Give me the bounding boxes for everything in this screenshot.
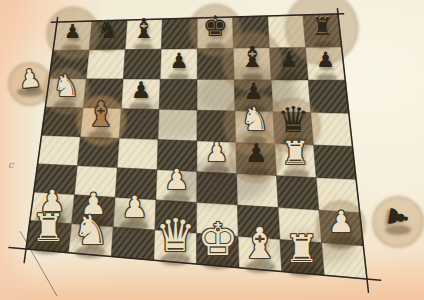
piece-shadow: [88, 131, 112, 140]
piece-shadow: [168, 73, 189, 81]
piece-shadow: [328, 236, 357, 247]
piece-shadow: [78, 217, 107, 228]
piece-shadow: [314, 41, 334, 49]
piece-halo: [222, 31, 282, 91]
piece-shadow: [385, 225, 411, 235]
piece-shadow: [242, 73, 263, 81]
piece-shadow: [163, 193, 191, 204]
piece-shadow: [243, 105, 266, 114]
piece-shadow: [282, 137, 306, 146]
piece-shadow: [134, 43, 154, 51]
piece-shadow: [283, 169, 309, 179]
piece-shadow: [120, 220, 149, 231]
chess-illustration: c ♟♞♝♚♜♟♝♟♟♞♟♟♝♞♛♟♟♜♟♟♟♟♟♜♞♛♚♝♜♟♟: [0, 0, 424, 300]
square-c7: [123, 49, 161, 79]
piece-shadow: [243, 167, 269, 177]
captured-halo-left: [9, 63, 51, 105]
square-c4: [117, 138, 158, 170]
square-b7: [86, 50, 125, 80]
piece-shadow: [129, 102, 152, 111]
chess-board: c: [0, 0, 424, 300]
square-f2: [238, 205, 281, 240]
piece-shadow: [32, 243, 63, 255]
piece-shadow: [160, 254, 191, 266]
captured-halo-right: [373, 197, 423, 247]
square-h4: [314, 145, 357, 180]
square-a3: [34, 164, 78, 195]
square-a4: [38, 136, 81, 166]
piece-shadow: [53, 101, 76, 110]
piece-shadow: [316, 73, 337, 81]
piece-shadow: [98, 44, 118, 52]
square-b3: [75, 166, 118, 198]
piece-shadow: [36, 214, 65, 225]
piece-shadow: [17, 87, 43, 97]
square-c3: [115, 168, 157, 200]
square-d2: [155, 200, 197, 233]
square-e2: [197, 203, 239, 237]
piece-halo: [286, 0, 358, 64]
square-g3: [277, 176, 320, 211]
piece-shadow: [243, 136, 267, 145]
piece-shadow: [62, 44, 82, 52]
piece-shadow: [279, 73, 300, 81]
piece-shadow: [75, 246, 106, 258]
piece-shadow: [206, 42, 226, 50]
sketch-mark: c: [8, 159, 15, 170]
piece-shadow: [204, 165, 230, 175]
